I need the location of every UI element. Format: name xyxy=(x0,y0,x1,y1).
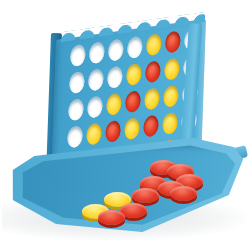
board-cell xyxy=(161,81,181,111)
board-cell xyxy=(160,109,180,139)
board-cell xyxy=(142,84,162,114)
board-cell xyxy=(163,27,183,57)
empty-hole xyxy=(70,44,86,67)
red-disc xyxy=(125,90,141,113)
empty-hole xyxy=(108,38,124,61)
game-tray xyxy=(8,136,248,236)
yellow-disc xyxy=(126,63,142,86)
board-cell xyxy=(144,30,164,60)
board-cell xyxy=(106,35,126,65)
board-cell xyxy=(124,60,144,90)
empty-hole xyxy=(107,66,123,89)
yellow-disc xyxy=(162,112,178,135)
board-cell xyxy=(68,41,88,71)
yellow-disc xyxy=(163,85,179,108)
board-cell xyxy=(67,68,87,98)
yellow-disc xyxy=(164,58,180,81)
board-cell xyxy=(66,95,86,125)
empty-hole xyxy=(127,36,143,59)
empty-hole xyxy=(68,98,84,121)
red-disc xyxy=(165,30,181,53)
yellow-disc xyxy=(106,93,122,116)
board-cell xyxy=(125,33,145,63)
board-cell xyxy=(104,89,124,119)
tray-disc-red xyxy=(170,186,197,201)
empty-hole xyxy=(69,71,85,94)
board-cell xyxy=(162,54,182,84)
connect-four-product-photo xyxy=(0,0,250,250)
board-cell xyxy=(85,92,105,122)
yellow-disc xyxy=(144,87,160,110)
red-disc xyxy=(143,115,159,138)
board-cell xyxy=(105,62,125,92)
board-cell xyxy=(86,65,106,95)
board-cell xyxy=(143,57,163,87)
red-disc xyxy=(145,60,161,83)
empty-hole xyxy=(89,41,105,64)
board-cell xyxy=(87,38,107,68)
tray-disc-red xyxy=(132,188,159,203)
board-cell xyxy=(123,87,143,117)
empty-hole xyxy=(87,95,103,118)
empty-hole xyxy=(88,68,104,91)
tray-disc-red xyxy=(98,210,125,225)
yellow-disc xyxy=(146,33,162,56)
